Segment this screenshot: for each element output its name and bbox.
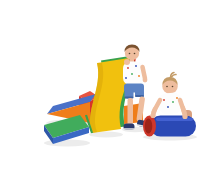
shirt-print-dot [176,97,178,99]
girl-hand [150,113,155,118]
floor-mat [44,115,89,144]
shirt-print-dot [167,106,169,108]
roller-end-cap-center [145,119,153,134]
foam-roller [143,116,196,137]
shoe-sole [124,128,135,130]
photo-canvas [40,16,200,176]
shirt-print-dot [172,101,174,103]
boy-shoe [124,124,135,131]
boy-hand [143,78,148,83]
roller-highlight [156,118,193,122]
shirt-print-dot [135,65,137,67]
boy-eye [134,53,136,55]
boy-leg [128,98,134,125]
girl-hand [182,114,187,119]
boy-shorts [124,84,144,99]
shirt-print-dot [131,73,133,75]
play-set-photo: Two toddlers playing with a colorful sof… [40,16,200,176]
boy-eye [129,53,131,55]
girl-eye [166,86,168,88]
shirt-print-dot [138,75,140,77]
boy-arm [143,67,146,79]
girl-eye [172,86,174,88]
boy-shirt [123,62,144,86]
shirt-print-dot [127,67,129,69]
boy-grip-hand [124,59,130,65]
shirt-print-dot [125,77,127,79]
girl-hair-wisp [171,73,177,78]
shirt-print-dot [163,99,165,101]
shorts-hem [125,97,134,99]
